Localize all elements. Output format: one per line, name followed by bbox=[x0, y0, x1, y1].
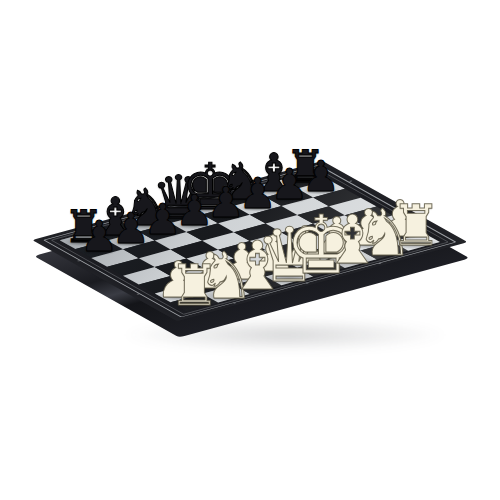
frame-screw bbox=[349, 180, 353, 181]
chess-set-photo: ♜♝♞♛♚♞♝♜♟♟♟♟♟♟♟♟♟♟♟♟♟♟♟♟♜♞♝♛♚♝♞♜ bbox=[0, 0, 500, 500]
pieces-layer: ♜♝♞♛♚♞♝♜♟♟♟♟♟♟♟♟♟♟♟♟♟♟♟♟♜♞♝♛♚♝♞♜ bbox=[0, 0, 500, 500]
piece-black-pawn-h7[interactable]: ♟ bbox=[302, 156, 340, 198]
piece-white-rook-h1[interactable]: ♜ bbox=[391, 198, 442, 254]
